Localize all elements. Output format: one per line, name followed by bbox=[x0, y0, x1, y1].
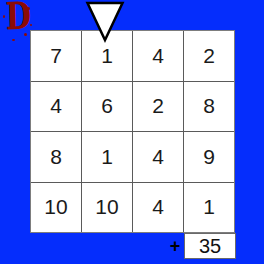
grid-cell-r3c4[interactable]: 9 bbox=[184, 132, 234, 182]
ink-speck bbox=[30, 24, 32, 26]
grid-cell-r3c2[interactable]: 1 bbox=[82, 132, 132, 182]
hand-drawn-letter-annotation: D bbox=[5, 0, 31, 37]
game-canvas: D 7 1 4 2 4 6 2 8 8 1 4 9 10 10 4 1 + 35 bbox=[0, 0, 264, 264]
number-grid: 7 1 4 2 4 6 2 8 8 1 4 9 10 10 4 1 bbox=[30, 30, 235, 233]
ink-speck bbox=[24, 33, 27, 36]
grid-cell-r1c4[interactable]: 2 bbox=[184, 31, 234, 81]
grid-cell-r4c2[interactable]: 10 bbox=[82, 183, 132, 233]
running-total-value: 35 bbox=[199, 235, 221, 258]
grid-cell-r2c3[interactable]: 2 bbox=[133, 82, 183, 132]
grid-cell-r4c1[interactable]: 10 bbox=[31, 183, 81, 233]
column-selector-triangle-icon[interactable] bbox=[84, 0, 126, 43]
ink-speck bbox=[3, 15, 5, 18]
grid-cell-r2c1[interactable]: 4 bbox=[31, 82, 81, 132]
plus-operator-label: + bbox=[166, 234, 184, 258]
grid-cell-r2c2[interactable]: 6 bbox=[82, 82, 132, 132]
ink-speck bbox=[27, 7, 30, 10]
grid-cell-r2c4[interactable]: 8 bbox=[184, 82, 234, 132]
grid-cell-r1c1[interactable]: 7 bbox=[31, 31, 81, 81]
grid-cell-r4c4[interactable]: 1 bbox=[184, 183, 234, 233]
running-total-box: 35 bbox=[184, 233, 236, 259]
grid-cell-r4c3[interactable]: 4 bbox=[133, 183, 183, 233]
grid-cell-r3c3[interactable]: 4 bbox=[133, 132, 183, 182]
grid-cell-r1c3[interactable]: 4 bbox=[133, 31, 183, 81]
grid-cell-r3c1[interactable]: 8 bbox=[31, 132, 81, 182]
ink-speck bbox=[12, 39, 15, 41]
